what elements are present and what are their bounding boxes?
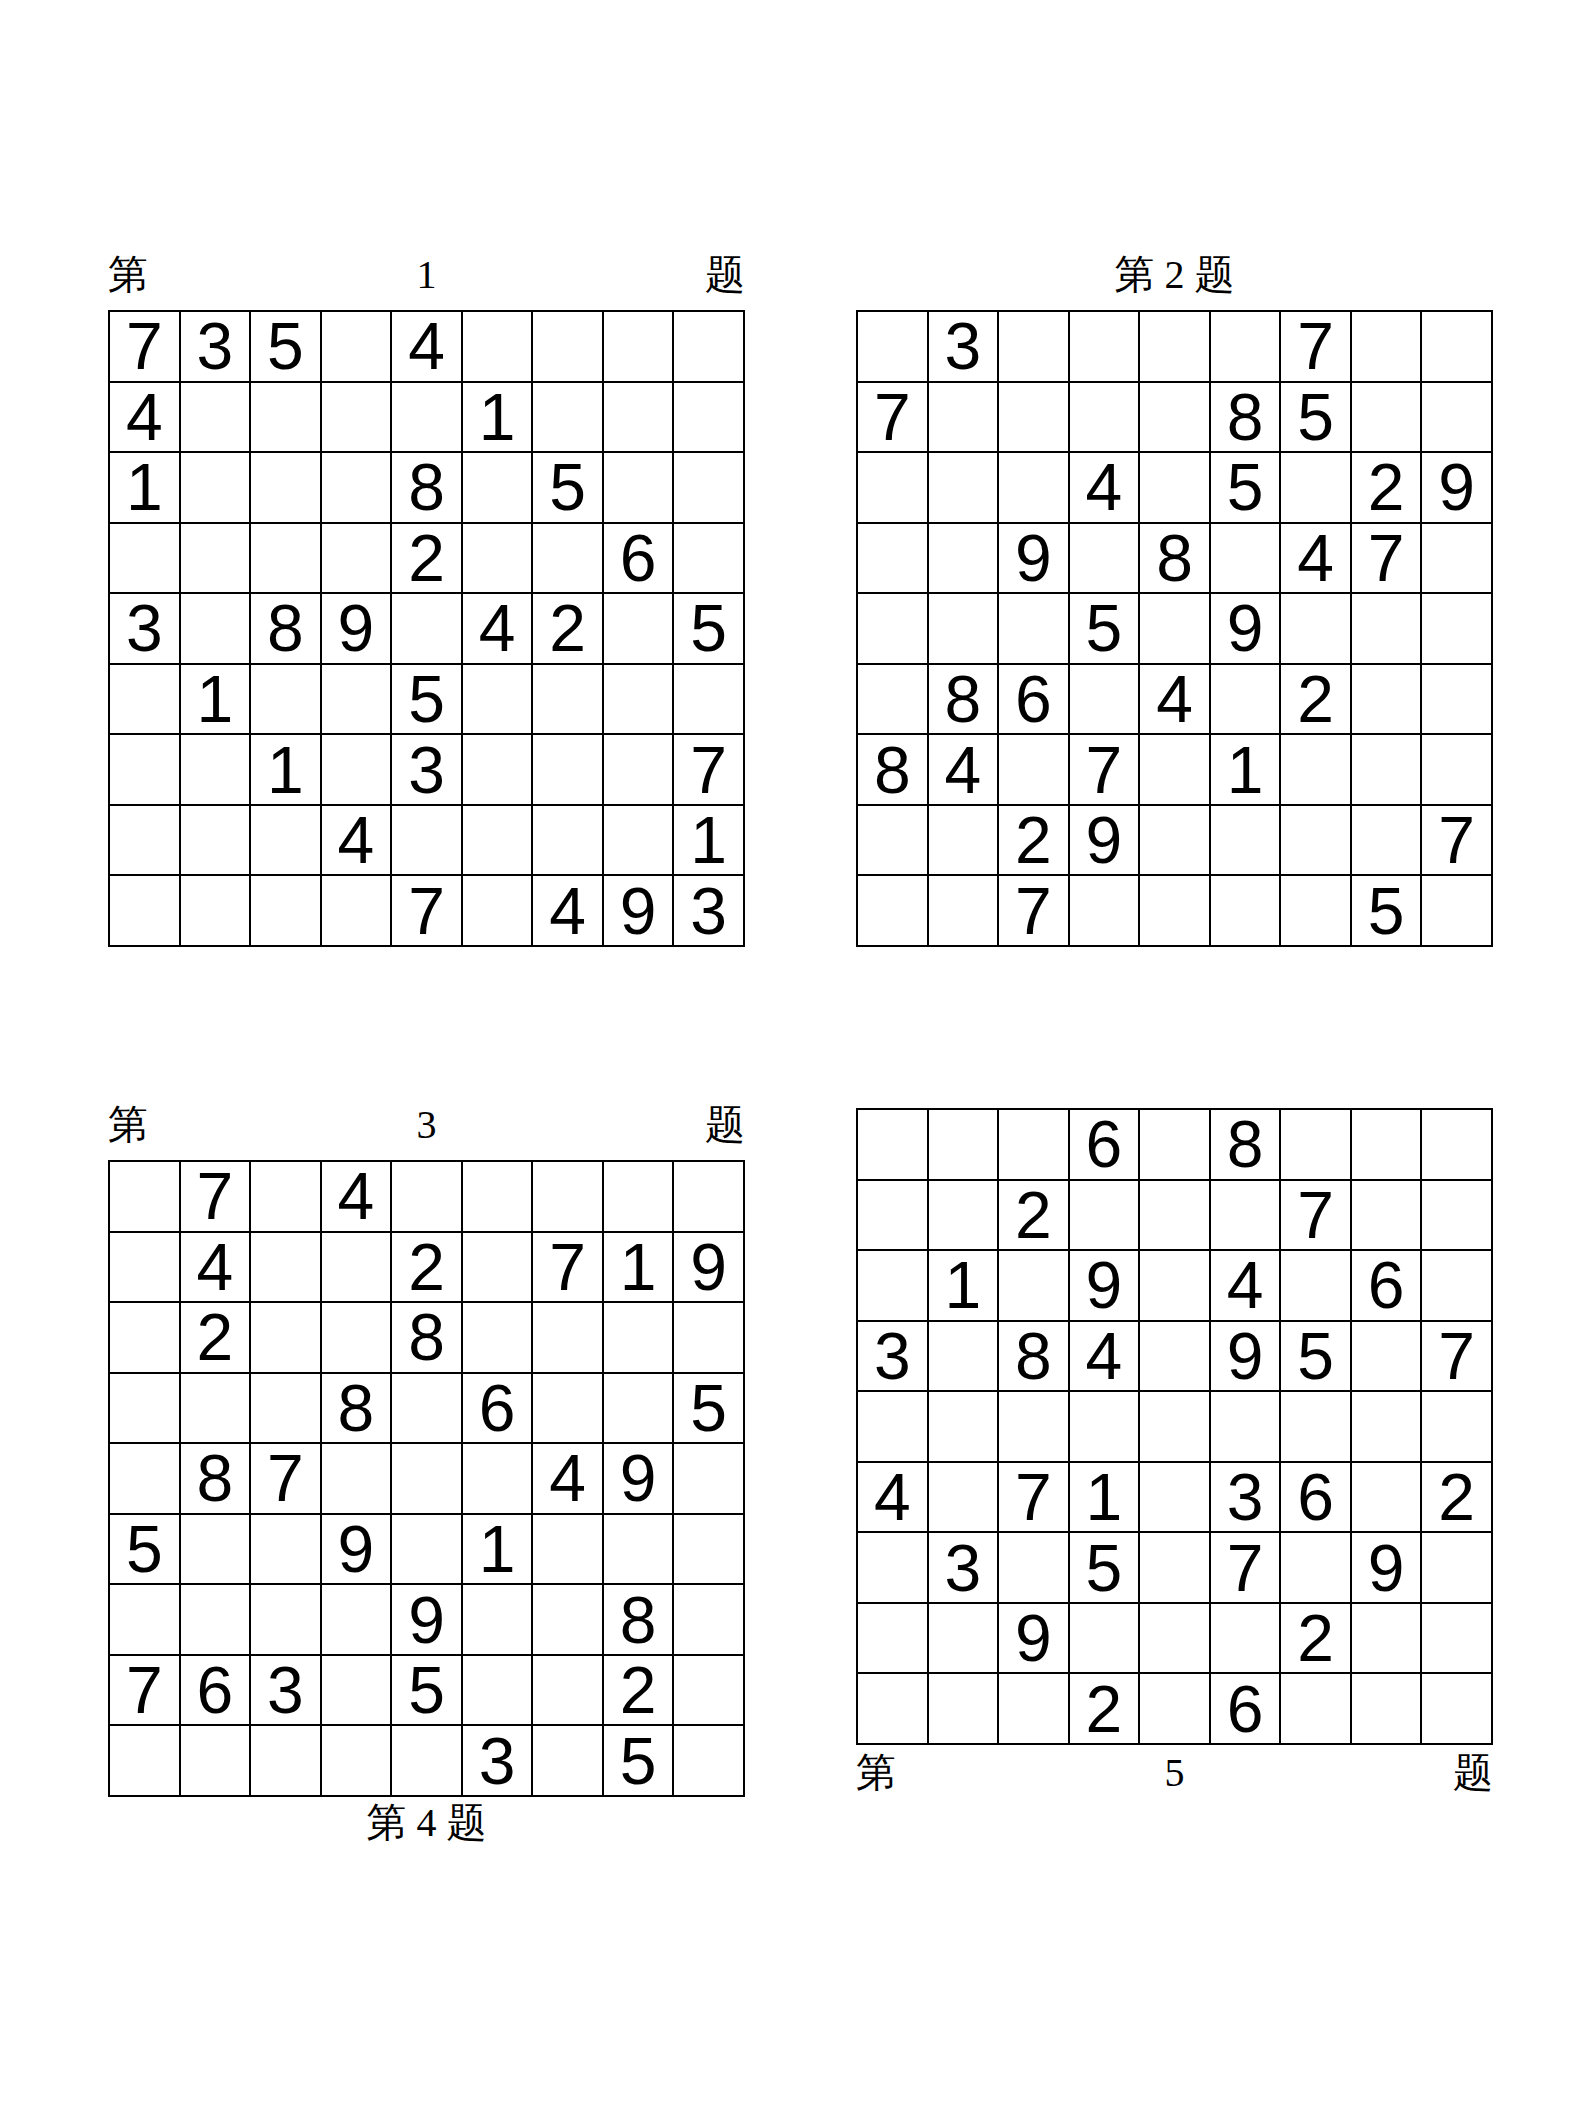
- puzzle-2-cell-r9c8[interactable]: 5: [1352, 876, 1421, 945]
- puzzle-2-cell-r5c3[interactable]: [999, 594, 1068, 663]
- puzzle-3-cell-r2c3[interactable]: [251, 1233, 320, 1302]
- puzzle-2-cell-r5c8[interactable]: [1352, 594, 1421, 663]
- puzzle-5-cell-r4c5[interactable]: [1140, 1322, 1209, 1391]
- puzzle-2-cell-r9c6[interactable]: [1211, 876, 1280, 945]
- puzzle-2-cell-r5c6[interactable]: 9: [1211, 594, 1280, 663]
- puzzle-3-cell-r7c2[interactable]: [181, 1585, 250, 1654]
- puzzle-5-cell-r1c8[interactable]: [1352, 1110, 1421, 1179]
- puzzle-1-cell-r4c6[interactable]: [463, 524, 532, 593]
- puzzle-3-cell-r6c5[interactable]: [392, 1515, 461, 1584]
- puzzle-2-cell-r5c1[interactable]: [858, 594, 927, 663]
- puzzle-1-cell-r1c4[interactable]: [322, 312, 391, 381]
- puzzle-5-cell-r8c9[interactable]: [1422, 1604, 1491, 1673]
- puzzle-1-cell-r5c1[interactable]: 3: [110, 594, 179, 663]
- puzzle-5-cell-r5c6[interactable]: [1211, 1392, 1280, 1461]
- puzzle-1-cell-r9c1[interactable]: [110, 876, 179, 945]
- puzzle-2-cell-r4c1[interactable]: [858, 524, 927, 593]
- puzzle-2-cell-r8c2[interactable]: [929, 806, 998, 875]
- puzzle-5-cell-r6c3[interactable]: 7: [999, 1463, 1068, 1532]
- puzzle-5-cell-r2c2[interactable]: [929, 1181, 998, 1250]
- puzzle-3-cell-r6c4[interactable]: 9: [322, 1515, 391, 1584]
- puzzle-3-cell-r2c1[interactable]: [110, 1233, 179, 1302]
- puzzle-5-cell-r9c9[interactable]: [1422, 1674, 1491, 1743]
- puzzle-3-cell-r4c5[interactable]: [392, 1374, 461, 1443]
- puzzle-1-cell-r8c3[interactable]: [251, 806, 320, 875]
- puzzle-3-cell-r2c7[interactable]: 7: [533, 1233, 602, 1302]
- puzzle-1-cell-r6c7[interactable]: [533, 665, 602, 734]
- puzzle-3-cell-r1c1[interactable]: [110, 1162, 179, 1231]
- puzzle-3-cell-r5c4[interactable]: [322, 1444, 391, 1513]
- puzzle-3-cell-r5c5[interactable]: [392, 1444, 461, 1513]
- puzzle-1-cell-r2c1[interactable]: 4: [110, 383, 179, 452]
- puzzle-3-cell-r8c5[interactable]: 5: [392, 1656, 461, 1725]
- puzzle-1-cell-r3c9[interactable]: [674, 453, 743, 522]
- puzzle-1-cell-r4c2[interactable]: [181, 524, 250, 593]
- puzzle-1-cell-r8c5[interactable]: [392, 806, 461, 875]
- puzzle-5-cell-r4c8[interactable]: [1352, 1322, 1421, 1391]
- puzzle-2-cell-r8c4[interactable]: 9: [1070, 806, 1139, 875]
- puzzle-5-cell-r4c7[interactable]: 5: [1281, 1322, 1350, 1391]
- puzzle-5-cell-r1c6[interactable]: 8: [1211, 1110, 1280, 1179]
- puzzle-2-cell-r7c9[interactable]: [1422, 735, 1491, 804]
- puzzle-1-cell-r4c8[interactable]: 6: [604, 524, 673, 593]
- puzzle-5-cell-r1c2[interactable]: [929, 1110, 998, 1179]
- puzzle-1-cell-r4c3[interactable]: [251, 524, 320, 593]
- puzzle-5-cell-r6c4[interactable]: 1: [1070, 1463, 1139, 1532]
- puzzle-1-cell-r2c6[interactable]: 1: [463, 383, 532, 452]
- puzzle-1-cell-r4c7[interactable]: [533, 524, 602, 593]
- puzzle-3-cell-r1c7[interactable]: [533, 1162, 602, 1231]
- puzzle-2-cell-r7c8[interactable]: [1352, 735, 1421, 804]
- puzzle-2-cell-r9c2[interactable]: [929, 876, 998, 945]
- puzzle-2-cell-r3c9[interactable]: 9: [1422, 453, 1491, 522]
- puzzle-5-cell-r9c4[interactable]: 2: [1070, 1674, 1139, 1743]
- puzzle-2-cell-r3c3[interactable]: [999, 453, 1068, 522]
- puzzle-5-cell-r9c8[interactable]: [1352, 1674, 1421, 1743]
- puzzle-5-cell-r6c9[interactable]: 2: [1422, 1463, 1491, 1532]
- puzzle-1-cell-r7c2[interactable]: [181, 735, 250, 804]
- puzzle-2-cell-r6c6[interactable]: [1211, 665, 1280, 734]
- puzzle-1-cell-r8c6[interactable]: [463, 806, 532, 875]
- puzzle-1-cell-r2c4[interactable]: [322, 383, 391, 452]
- puzzle-3-cell-r4c8[interactable]: [604, 1374, 673, 1443]
- puzzle-2-cell-r2c8[interactable]: [1352, 383, 1421, 452]
- puzzle-3-cell-r3c3[interactable]: [251, 1303, 320, 1372]
- puzzle-5-cell-r3c9[interactable]: [1422, 1251, 1491, 1320]
- puzzle-5-cell-r8c8[interactable]: [1352, 1604, 1421, 1673]
- puzzle-3-cell-r9c9[interactable]: [674, 1726, 743, 1795]
- puzzle-5-cell-r2c7[interactable]: 7: [1281, 1181, 1350, 1250]
- puzzle-1-cell-r6c2[interactable]: 1: [181, 665, 250, 734]
- puzzle-2-cell-r7c6[interactable]: 1: [1211, 735, 1280, 804]
- puzzle-3-cell-r3c7[interactable]: [533, 1303, 602, 1372]
- puzzle-3-cell-r4c3[interactable]: [251, 1374, 320, 1443]
- puzzle-5-cell-r7c3[interactable]: [999, 1533, 1068, 1602]
- puzzle-5-cell-r6c2[interactable]: [929, 1463, 998, 1532]
- puzzle-3-cell-r2c2[interactable]: 4: [181, 1233, 250, 1302]
- puzzle-5-cell-r5c7[interactable]: [1281, 1392, 1350, 1461]
- puzzle-1-cell-r1c6[interactable]: [463, 312, 532, 381]
- puzzle-2-cell-r6c9[interactable]: [1422, 665, 1491, 734]
- puzzle-1-cell-r2c7[interactable]: [533, 383, 602, 452]
- puzzle-1-cell-r9c6[interactable]: [463, 876, 532, 945]
- puzzle-5-cell-r4c6[interactable]: 9: [1211, 1322, 1280, 1391]
- puzzle-5-cell-r9c7[interactable]: [1281, 1674, 1350, 1743]
- puzzle-3-cell-r3c6[interactable]: [463, 1303, 532, 1372]
- puzzle-5-cell-r2c3[interactable]: 2: [999, 1181, 1068, 1250]
- puzzle-3-cell-r8c7[interactable]: [533, 1656, 602, 1725]
- puzzle-2-cell-r6c8[interactable]: [1352, 665, 1421, 734]
- puzzle-5-cell-r5c3[interactable]: [999, 1392, 1068, 1461]
- puzzle-2-cell-r2c7[interactable]: 5: [1281, 383, 1350, 452]
- puzzle-5-cell-r5c9[interactable]: [1422, 1392, 1491, 1461]
- puzzle-3-cell-r4c1[interactable]: [110, 1374, 179, 1443]
- puzzle-1-cell-r3c1[interactable]: 1: [110, 453, 179, 522]
- puzzle-1-cell-r3c5[interactable]: 8: [392, 453, 461, 522]
- puzzle-1-cell-r4c9[interactable]: [674, 524, 743, 593]
- puzzle-1-cell-r5c4[interactable]: 9: [322, 594, 391, 663]
- puzzle-3-cell-r5c3[interactable]: 7: [251, 1444, 320, 1513]
- puzzle-2-cell-r3c7[interactable]: [1281, 453, 1350, 522]
- puzzle-3-cell-r7c9[interactable]: [674, 1585, 743, 1654]
- puzzle-1-cell-r3c2[interactable]: [181, 453, 250, 522]
- puzzle-3-cell-r3c4[interactable]: [322, 1303, 391, 1372]
- puzzle-5-cell-r2c9[interactable]: [1422, 1181, 1491, 1250]
- puzzle-1-cell-r3c4[interactable]: [322, 453, 391, 522]
- puzzle-1-cell-r1c1[interactable]: 7: [110, 312, 179, 381]
- puzzle-2-cell-r2c6[interactable]: 8: [1211, 383, 1280, 452]
- puzzle-1-cell-r2c5[interactable]: [392, 383, 461, 452]
- puzzle-3-cell-r8c4[interactable]: [322, 1656, 391, 1725]
- puzzle-3-cell-r8c9[interactable]: [674, 1656, 743, 1725]
- puzzle-2-cell-r4c3[interactable]: 9: [999, 524, 1068, 593]
- puzzle-2-cell-r1c1[interactable]: [858, 312, 927, 381]
- puzzle-2-cell-r2c3[interactable]: [999, 383, 1068, 452]
- puzzle-5-cell-r7c9[interactable]: [1422, 1533, 1491, 1602]
- puzzle-1-cell-r8c2[interactable]: [181, 806, 250, 875]
- puzzle-1-cell-r9c8[interactable]: 9: [604, 876, 673, 945]
- puzzle-2-cell-r6c4[interactable]: [1070, 665, 1139, 734]
- puzzle-3-cell-r4c9[interactable]: 5: [674, 1374, 743, 1443]
- puzzle-5-cell-r6c5[interactable]: [1140, 1463, 1209, 1532]
- puzzle-3-cell-r1c9[interactable]: [674, 1162, 743, 1231]
- puzzle-2-cell-r2c4[interactable]: [1070, 383, 1139, 452]
- puzzle-1-cell-r2c2[interactable]: [181, 383, 250, 452]
- puzzle-2-cell-r1c2[interactable]: 3: [929, 312, 998, 381]
- puzzle-3-cell-r3c8[interactable]: [604, 1303, 673, 1372]
- puzzle-2-cell-r3c4[interactable]: 4: [1070, 453, 1139, 522]
- puzzle-1-cell-r2c3[interactable]: [251, 383, 320, 452]
- puzzle-1-cell-r9c4[interactable]: [322, 876, 391, 945]
- puzzle-5-cell-r4c3[interactable]: 8: [999, 1322, 1068, 1391]
- puzzle-3-cell-r3c9[interactable]: [674, 1303, 743, 1372]
- puzzle-1-cell-r5c2[interactable]: [181, 594, 250, 663]
- puzzle-5-cell-r1c7[interactable]: [1281, 1110, 1350, 1179]
- puzzle-5-cell-r2c4[interactable]: [1070, 1181, 1139, 1250]
- puzzle-1-cell-r6c1[interactable]: [110, 665, 179, 734]
- puzzle-1-cell-r9c9[interactable]: 3: [674, 876, 743, 945]
- puzzle-1-cell-r4c1[interactable]: [110, 524, 179, 593]
- puzzle-2-cell-r7c1[interactable]: 8: [858, 735, 927, 804]
- puzzle-3-cell-r7c3[interactable]: [251, 1585, 320, 1654]
- puzzle-5-cell-r7c8[interactable]: 9: [1352, 1533, 1421, 1602]
- puzzle-5-cell-r1c3[interactable]: [999, 1110, 1068, 1179]
- puzzle-3-cell-r3c1[interactable]: [110, 1303, 179, 1372]
- puzzle-2-cell-r5c5[interactable]: [1140, 594, 1209, 663]
- puzzle-1-cell-r5c3[interactable]: 8: [251, 594, 320, 663]
- puzzle-3-cell-r1c3[interactable]: [251, 1162, 320, 1231]
- puzzle-2-cell-r3c5[interactable]: [1140, 453, 1209, 522]
- puzzle-5-cell-r1c9[interactable]: [1422, 1110, 1491, 1179]
- puzzle-1-cell-r8c7[interactable]: [533, 806, 602, 875]
- puzzle-2-cell-r4c8[interactable]: 7: [1352, 524, 1421, 593]
- puzzle-5-cell-r8c7[interactable]: 2: [1281, 1604, 1350, 1673]
- puzzle-5-cell-r4c2[interactable]: [929, 1322, 998, 1391]
- puzzle-5-cell-r8c6[interactable]: [1211, 1604, 1280, 1673]
- puzzle-3-cell-r9c2[interactable]: [181, 1726, 250, 1795]
- puzzle-5-cell-r1c4[interactable]: 6: [1070, 1110, 1139, 1179]
- puzzle-5-cell-r5c1[interactable]: [858, 1392, 927, 1461]
- puzzle-2-cell-r3c2[interactable]: [929, 453, 998, 522]
- puzzle-1-cell-r3c3[interactable]: [251, 453, 320, 522]
- puzzle-2-cell-r6c7[interactable]: 2: [1281, 665, 1350, 734]
- puzzle-1-cell-r3c8[interactable]: [604, 453, 673, 522]
- puzzle-5-cell-r5c5[interactable]: [1140, 1392, 1209, 1461]
- puzzle-1-cell-r2c9[interactable]: [674, 383, 743, 452]
- puzzle-3-cell-r8c6[interactable]: [463, 1656, 532, 1725]
- puzzle-5-cell-r7c4[interactable]: 5: [1070, 1533, 1139, 1602]
- puzzle-5-cell-r8c3[interactable]: 9: [999, 1604, 1068, 1673]
- puzzle-5-cell-r8c2[interactable]: [929, 1604, 998, 1673]
- puzzle-2-cell-r2c5[interactable]: [1140, 383, 1209, 452]
- puzzle-1-cell-r6c6[interactable]: [463, 665, 532, 734]
- puzzle-2-cell-r4c6[interactable]: [1211, 524, 1280, 593]
- puzzle-5-cell-r5c4[interactable]: [1070, 1392, 1139, 1461]
- puzzle-5-cell-r6c8[interactable]: [1352, 1463, 1421, 1532]
- puzzle-5-cell-r9c1[interactable]: [858, 1674, 927, 1743]
- puzzle-3-cell-r8c1[interactable]: 7: [110, 1656, 179, 1725]
- puzzle-1-cell-r5c7[interactable]: 2: [533, 594, 602, 663]
- puzzle-2-cell-r5c7[interactable]: [1281, 594, 1350, 663]
- puzzle-3-cell-r2c4[interactable]: [322, 1233, 391, 1302]
- puzzle-2-cell-r6c2[interactable]: 8: [929, 665, 998, 734]
- puzzle-1-cell-r7c7[interactable]: [533, 735, 602, 804]
- puzzle-5-cell-r4c1[interactable]: 3: [858, 1322, 927, 1391]
- puzzle-3-cell-r6c1[interactable]: 5: [110, 1515, 179, 1584]
- puzzle-1-cell-r5c9[interactable]: 5: [674, 594, 743, 663]
- puzzle-5-cell-r3c7[interactable]: [1281, 1251, 1350, 1320]
- puzzle-3-cell-r9c3[interactable]: [251, 1726, 320, 1795]
- puzzle-3-cell-r9c1[interactable]: [110, 1726, 179, 1795]
- puzzle-5-cell-r3c8[interactable]: 6: [1352, 1251, 1421, 1320]
- puzzle-1-cell-r1c9[interactable]: [674, 312, 743, 381]
- puzzle-2-cell-r9c5[interactable]: [1140, 876, 1209, 945]
- puzzle-1-cell-r7c5[interactable]: 3: [392, 735, 461, 804]
- puzzle-5-cell-r7c6[interactable]: 7: [1211, 1533, 1280, 1602]
- puzzle-3-cell-r6c7[interactable]: [533, 1515, 602, 1584]
- puzzle-1-cell-r6c8[interactable]: [604, 665, 673, 734]
- puzzle-2-cell-r8c6[interactable]: [1211, 806, 1280, 875]
- puzzle-3-cell-r5c7[interactable]: 4: [533, 1444, 602, 1513]
- puzzle-1-cell-r9c3[interactable]: [251, 876, 320, 945]
- puzzle-2-cell-r3c8[interactable]: 2: [1352, 453, 1421, 522]
- puzzle-1-cell-r5c5[interactable]: [392, 594, 461, 663]
- puzzle-2-cell-r1c9[interactable]: [1422, 312, 1491, 381]
- puzzle-3-cell-r7c5[interactable]: 9: [392, 1585, 461, 1654]
- puzzle-5-cell-r5c8[interactable]: [1352, 1392, 1421, 1461]
- puzzle-5-cell-r6c1[interactable]: 4: [858, 1463, 927, 1532]
- puzzle-5-cell-r9c6[interactable]: 6: [1211, 1674, 1280, 1743]
- puzzle-3-cell-r9c5[interactable]: [392, 1726, 461, 1795]
- puzzle-3-cell-r7c7[interactable]: [533, 1585, 602, 1654]
- puzzle-1-cell-r7c6[interactable]: [463, 735, 532, 804]
- puzzle-1-cell-r4c4[interactable]: [322, 524, 391, 593]
- puzzle-5-cell-r2c8[interactable]: [1352, 1181, 1421, 1250]
- puzzle-3-cell-r8c8[interactable]: 2: [604, 1656, 673, 1725]
- puzzle-5-cell-r7c1[interactable]: [858, 1533, 927, 1602]
- puzzle-3-cell-r1c5[interactable]: [392, 1162, 461, 1231]
- puzzle-5-cell-r7c7[interactable]: [1281, 1533, 1350, 1602]
- puzzle-2-cell-r2c1[interactable]: 7: [858, 383, 927, 452]
- puzzle-5-cell-r1c1[interactable]: [858, 1110, 927, 1179]
- puzzle-2-cell-r1c3[interactable]: [999, 312, 1068, 381]
- puzzle-1-cell-r5c6[interactable]: 4: [463, 594, 532, 663]
- puzzle-1-cell-r8c4[interactable]: 4: [322, 806, 391, 875]
- puzzle-3-cell-r1c8[interactable]: [604, 1162, 673, 1231]
- puzzle-3-cell-r5c1[interactable]: [110, 1444, 179, 1513]
- puzzle-3-cell-r6c9[interactable]: [674, 1515, 743, 1584]
- puzzle-2-cell-r1c4[interactable]: [1070, 312, 1139, 381]
- puzzle-3-cell-r4c4[interactable]: 8: [322, 1374, 391, 1443]
- puzzle-3-cell-r5c9[interactable]: [674, 1444, 743, 1513]
- puzzle-2-cell-r9c3[interactable]: 7: [999, 876, 1068, 945]
- puzzle-3-cell-r1c6[interactable]: [463, 1162, 532, 1231]
- puzzle-5-cell-r2c1[interactable]: [858, 1181, 927, 1250]
- puzzle-1-cell-r9c5[interactable]: 7: [392, 876, 461, 945]
- puzzle-3-cell-r4c6[interactable]: 6: [463, 1374, 532, 1443]
- puzzle-2-cell-r8c5[interactable]: [1140, 806, 1209, 875]
- puzzle-1-cell-r1c8[interactable]: [604, 312, 673, 381]
- puzzle-3-cell-r7c8[interactable]: 8: [604, 1585, 673, 1654]
- puzzle-2-cell-r3c1[interactable]: [858, 453, 927, 522]
- puzzle-2-cell-r5c2[interactable]: [929, 594, 998, 663]
- puzzle-5-cell-r3c1[interactable]: [858, 1251, 927, 1320]
- puzzle-2-cell-r4c9[interactable]: [1422, 524, 1491, 593]
- puzzle-3-cell-r7c6[interactable]: [463, 1585, 532, 1654]
- puzzle-1-cell-r3c7[interactable]: 5: [533, 453, 602, 522]
- puzzle-2-cell-r2c9[interactable]: [1422, 383, 1491, 452]
- puzzle-3-cell-r5c2[interactable]: 8: [181, 1444, 250, 1513]
- puzzle-2-cell-r8c9[interactable]: 7: [1422, 806, 1491, 875]
- puzzle-3-cell-r9c7[interactable]: [533, 1726, 602, 1795]
- puzzle-5-cell-r2c5[interactable]: [1140, 1181, 1209, 1250]
- puzzle-3-cell-r5c6[interactable]: [463, 1444, 532, 1513]
- puzzle-1-cell-r8c8[interactable]: [604, 806, 673, 875]
- puzzle-2-cell-r9c4[interactable]: [1070, 876, 1139, 945]
- puzzle-5-cell-r6c7[interactable]: 6: [1281, 1463, 1350, 1532]
- puzzle-5-cell-r5c2[interactable]: [929, 1392, 998, 1461]
- puzzle-2-cell-r7c4[interactable]: 7: [1070, 735, 1139, 804]
- puzzle-2-cell-r9c1[interactable]: [858, 876, 927, 945]
- puzzle-3-cell-r9c6[interactable]: 3: [463, 1726, 532, 1795]
- puzzle-2-cell-r3c6[interactable]: 5: [1211, 453, 1280, 522]
- puzzle-2-cell-r6c5[interactable]: 4: [1140, 665, 1209, 734]
- puzzle-5-cell-r3c6[interactable]: 4: [1211, 1251, 1280, 1320]
- puzzle-2-cell-r1c5[interactable]: [1140, 312, 1209, 381]
- puzzle-1-cell-r7c4[interactable]: [322, 735, 391, 804]
- puzzle-5-cell-r7c2[interactable]: 3: [929, 1533, 998, 1602]
- puzzle-3-cell-r2c5[interactable]: 2: [392, 1233, 461, 1302]
- puzzle-5-cell-r7c5[interactable]: [1140, 1533, 1209, 1602]
- puzzle-5-cell-r4c4[interactable]: 4: [1070, 1322, 1139, 1391]
- puzzle-3-cell-r3c5[interactable]: 8: [392, 1303, 461, 1372]
- puzzle-1-cell-r1c3[interactable]: 5: [251, 312, 320, 381]
- puzzle-5-cell-r9c2[interactable]: [929, 1674, 998, 1743]
- puzzle-3-cell-r7c4[interactable]: [322, 1585, 391, 1654]
- puzzle-1-cell-r1c2[interactable]: 3: [181, 312, 250, 381]
- puzzle-5-cell-r3c3[interactable]: [999, 1251, 1068, 1320]
- puzzle-3-cell-r1c2[interactable]: 7: [181, 1162, 250, 1231]
- puzzle-2-cell-r4c7[interactable]: 4: [1281, 524, 1350, 593]
- puzzle-2-cell-r7c7[interactable]: [1281, 735, 1350, 804]
- puzzle-2-cell-r9c7[interactable]: [1281, 876, 1350, 945]
- puzzle-2-cell-r8c3[interactable]: 2: [999, 806, 1068, 875]
- puzzle-1-cell-r7c1[interactable]: [110, 735, 179, 804]
- puzzle-3-cell-r7c1[interactable]: [110, 1585, 179, 1654]
- puzzle-3-cell-r3c2[interactable]: 2: [181, 1303, 250, 1372]
- puzzle-1-cell-r6c5[interactable]: 5: [392, 665, 461, 734]
- puzzle-3-cell-r2c8[interactable]: 1: [604, 1233, 673, 1302]
- puzzle-5-cell-r9c5[interactable]: [1140, 1674, 1209, 1743]
- puzzle-3-cell-r6c3[interactable]: [251, 1515, 320, 1584]
- puzzle-2-cell-r4c5[interactable]: 8: [1140, 524, 1209, 593]
- puzzle-2-cell-r8c1[interactable]: [858, 806, 927, 875]
- puzzle-2-cell-r7c5[interactable]: [1140, 735, 1209, 804]
- puzzle-2-cell-r1c7[interactable]: 7: [1281, 312, 1350, 381]
- puzzle-5-cell-r8c4[interactable]: [1070, 1604, 1139, 1673]
- puzzle-5-cell-r4c9[interactable]: 7: [1422, 1322, 1491, 1391]
- puzzle-2-cell-r8c7[interactable]: [1281, 806, 1350, 875]
- puzzle-1-cell-r9c7[interactable]: 4: [533, 876, 602, 945]
- puzzle-5-cell-r3c4[interactable]: 9: [1070, 1251, 1139, 1320]
- puzzle-3-cell-r6c6[interactable]: 1: [463, 1515, 532, 1584]
- puzzle-1-cell-r1c5[interactable]: 4: [392, 312, 461, 381]
- puzzle-2-cell-r1c6[interactable]: [1211, 312, 1280, 381]
- puzzle-5-cell-r9c3[interactable]: [999, 1674, 1068, 1743]
- puzzle-3-cell-r9c4[interactable]: [322, 1726, 391, 1795]
- puzzle-1-cell-r9c2[interactable]: [181, 876, 250, 945]
- puzzle-3-cell-r9c8[interactable]: 5: [604, 1726, 673, 1795]
- puzzle-1-cell-r6c4[interactable]: [322, 665, 391, 734]
- puzzle-3-cell-r5c8[interactable]: 9: [604, 1444, 673, 1513]
- puzzle-2-cell-r4c4[interactable]: [1070, 524, 1139, 593]
- puzzle-1-cell-r4c5[interactable]: 2: [392, 524, 461, 593]
- puzzle-3-cell-r8c3[interactable]: 3: [251, 1656, 320, 1725]
- puzzle-1-cell-r6c3[interactable]: [251, 665, 320, 734]
- puzzle-1-cell-r8c9[interactable]: 1: [674, 806, 743, 875]
- puzzle-2-cell-r4c2[interactable]: [929, 524, 998, 593]
- puzzle-5-cell-r3c5[interactable]: [1140, 1251, 1209, 1320]
- puzzle-2-cell-r7c3[interactable]: [999, 735, 1068, 804]
- puzzle-2-cell-r9c9[interactable]: [1422, 876, 1491, 945]
- puzzle-3-cell-r2c6[interactable]: [463, 1233, 532, 1302]
- puzzle-1-cell-r5c8[interactable]: [604, 594, 673, 663]
- puzzle-1-cell-r8c1[interactable]: [110, 806, 179, 875]
- puzzle-2-cell-r5c4[interactable]: 5: [1070, 594, 1139, 663]
- puzzle-1-cell-r7c3[interactable]: 1: [251, 735, 320, 804]
- puzzle-2-cell-r6c3[interactable]: 6: [999, 665, 1068, 734]
- puzzle-1-cell-r7c8[interactable]: [604, 735, 673, 804]
